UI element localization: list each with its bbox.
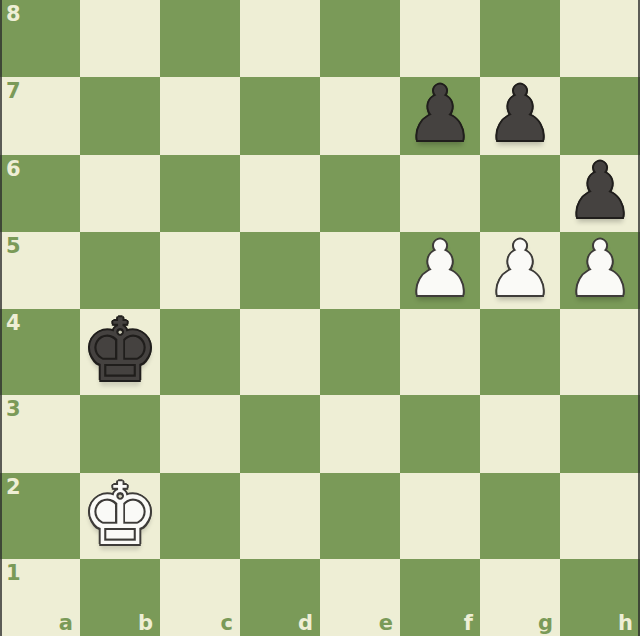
file-label-g: g	[538, 613, 553, 634]
file-label-d: d	[298, 613, 313, 634]
square-c2[interactable]	[160, 473, 240, 559]
square-f4[interactable]	[400, 309, 480, 395]
square-a8[interactable]: 8	[0, 0, 80, 77]
square-f8[interactable]	[400, 0, 480, 77]
square-e8[interactable]	[320, 0, 400, 77]
square-f6[interactable]	[400, 155, 480, 232]
white-pawn-f5[interactable]: ♟	[406, 231, 474, 307]
rank-label-2: 2	[6, 477, 21, 498]
square-c5[interactable]	[160, 232, 240, 309]
square-g8[interactable]	[480, 0, 560, 77]
white-pawn-g5[interactable]: ♟	[486, 231, 554, 307]
square-e7[interactable]	[320, 77, 400, 154]
file-label-c: c	[221, 613, 233, 634]
square-h2[interactable]	[560, 473, 640, 559]
square-b2[interactable]: ♚	[80, 473, 160, 559]
square-c8[interactable]	[160, 0, 240, 77]
square-h3[interactable]	[560, 395, 640, 472]
square-h8[interactable]	[560, 0, 640, 77]
square-a2[interactable]: 2	[0, 473, 80, 559]
square-b8[interactable]	[80, 0, 160, 77]
square-f3[interactable]	[400, 395, 480, 472]
square-f1[interactable]: f	[400, 559, 480, 636]
square-h4[interactable]	[560, 309, 640, 395]
square-b5[interactable]	[80, 232, 160, 309]
square-c1[interactable]: c	[160, 559, 240, 636]
black-king-b4[interactable]: ♚	[81, 307, 158, 393]
square-b7[interactable]	[80, 77, 160, 154]
rank-label-4: 4	[6, 313, 21, 334]
rank-label-6: 6	[6, 159, 21, 180]
square-h1[interactable]: h	[560, 559, 640, 636]
square-f5[interactable]: ♟	[400, 232, 480, 309]
square-c6[interactable]	[160, 155, 240, 232]
square-e5[interactable]	[320, 232, 400, 309]
file-label-h: h	[618, 613, 633, 634]
square-e2[interactable]	[320, 473, 400, 559]
square-g3[interactable]	[480, 395, 560, 472]
square-g5[interactable]: ♟	[480, 232, 560, 309]
square-a6[interactable]: 6	[0, 155, 80, 232]
square-h6[interactable]: ♟	[560, 155, 640, 232]
chess-board: 87♟♟6♟5♟♟♟4♚32♚1abcdefgh	[0, 0, 640, 636]
square-c7[interactable]	[160, 77, 240, 154]
rank-label-5: 5	[6, 236, 21, 257]
board-grid: 87♟♟6♟5♟♟♟4♚32♚1abcdefgh	[0, 0, 640, 636]
square-a4[interactable]: 4	[0, 309, 80, 395]
file-label-e: e	[379, 613, 393, 634]
square-a7[interactable]: 7	[0, 77, 80, 154]
square-h7[interactable]	[560, 77, 640, 154]
square-g7[interactable]: ♟	[480, 77, 560, 154]
black-pawn-g7[interactable]: ♟	[486, 76, 554, 152]
file-label-b: b	[138, 613, 153, 634]
square-c3[interactable]	[160, 395, 240, 472]
file-label-f: f	[464, 613, 473, 634]
square-e3[interactable]	[320, 395, 400, 472]
square-g4[interactable]	[480, 309, 560, 395]
rank-label-8: 8	[6, 4, 21, 25]
square-e6[interactable]	[320, 155, 400, 232]
square-h5[interactable]: ♟	[560, 232, 640, 309]
square-c4[interactable]	[160, 309, 240, 395]
black-pawn-f7[interactable]: ♟	[406, 76, 474, 152]
rank-label-1: 1	[6, 563, 21, 584]
square-a5[interactable]: 5	[0, 232, 80, 309]
black-pawn-h6[interactable]: ♟	[566, 153, 634, 229]
square-e4[interactable]	[320, 309, 400, 395]
square-d1[interactable]: d	[240, 559, 320, 636]
square-e1[interactable]: e	[320, 559, 400, 636]
square-g2[interactable]	[480, 473, 560, 559]
square-f7[interactable]: ♟	[400, 77, 480, 154]
square-b3[interactable]	[80, 395, 160, 472]
square-d6[interactable]	[240, 155, 320, 232]
square-d5[interactable]	[240, 232, 320, 309]
file-label-a: a	[59, 613, 73, 634]
white-king-b2[interactable]: ♚	[81, 471, 158, 557]
square-g6[interactable]	[480, 155, 560, 232]
square-f2[interactable]	[400, 473, 480, 559]
square-b4[interactable]: ♚	[80, 309, 160, 395]
square-d2[interactable]	[240, 473, 320, 559]
square-d8[interactable]	[240, 0, 320, 77]
square-a3[interactable]: 3	[0, 395, 80, 472]
square-a1[interactable]: 1a	[0, 559, 80, 636]
square-b6[interactable]	[80, 155, 160, 232]
rank-label-7: 7	[6, 81, 21, 102]
rank-label-3: 3	[6, 399, 21, 420]
square-b1[interactable]: b	[80, 559, 160, 636]
square-d4[interactable]	[240, 309, 320, 395]
square-d7[interactable]	[240, 77, 320, 154]
white-pawn-h5[interactable]: ♟	[566, 231, 634, 307]
square-d3[interactable]	[240, 395, 320, 472]
square-g1[interactable]: g	[480, 559, 560, 636]
